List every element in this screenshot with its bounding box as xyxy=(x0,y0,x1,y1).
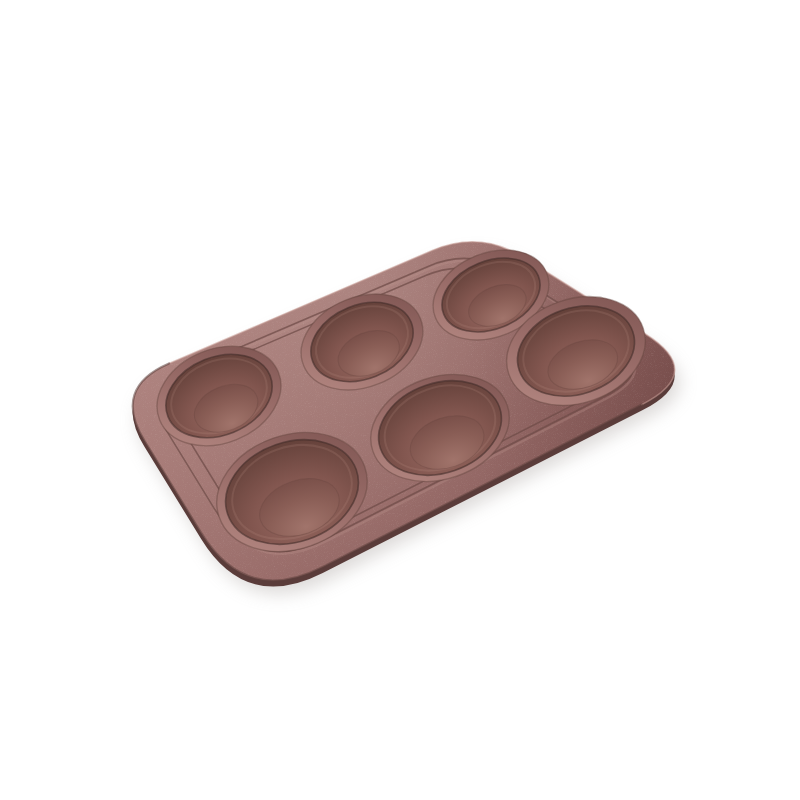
muffin-pan-illustration xyxy=(0,0,800,800)
product-photo xyxy=(0,0,800,800)
